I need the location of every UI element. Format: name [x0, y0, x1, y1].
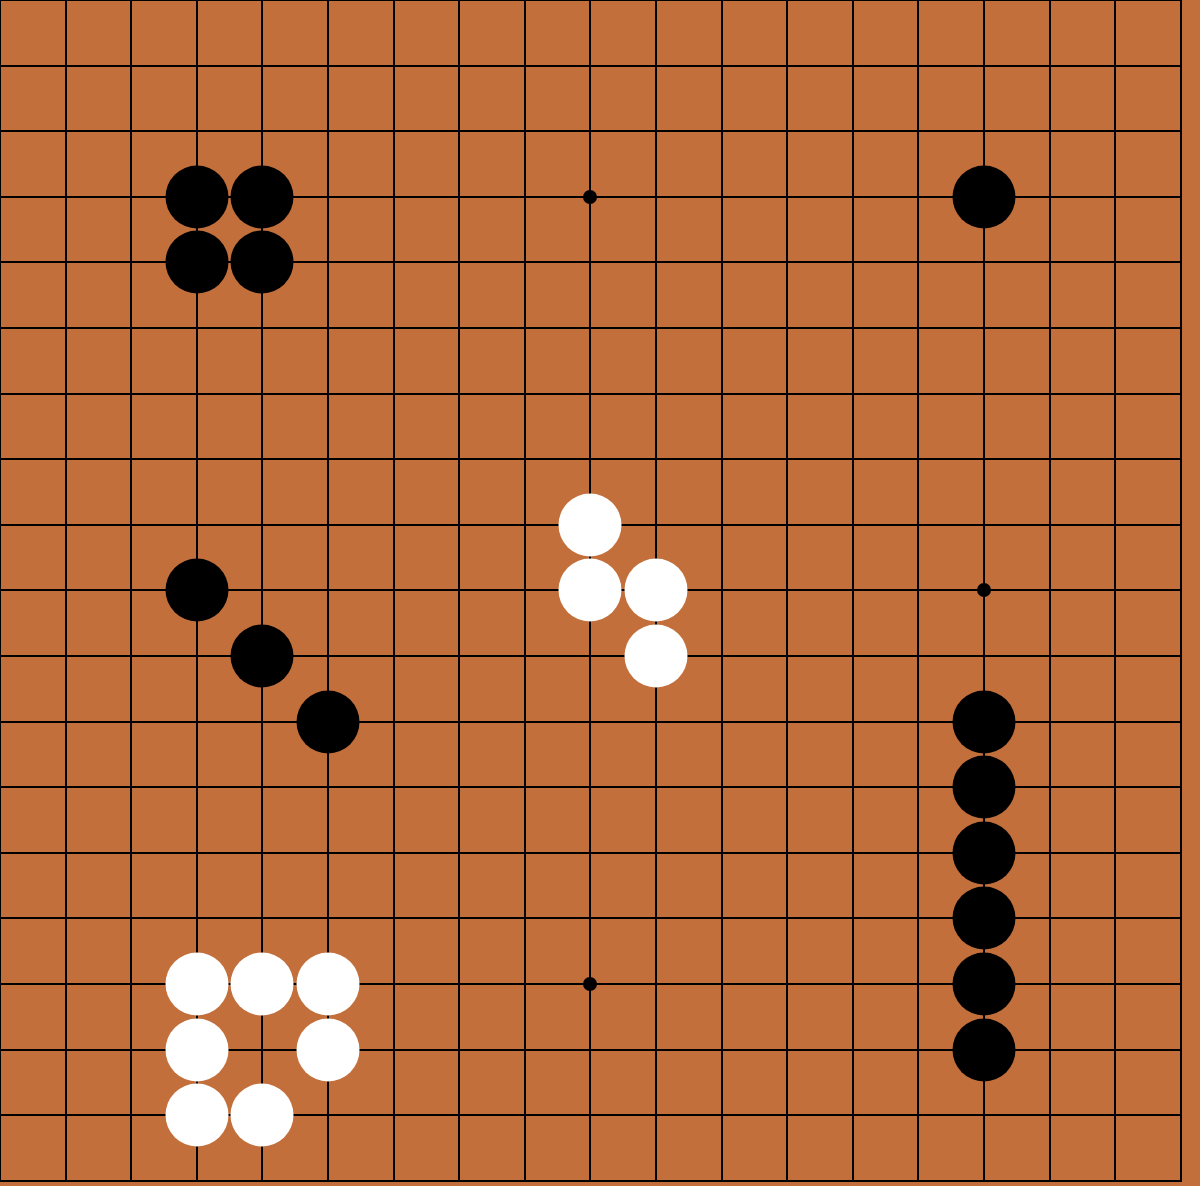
intersection-J3[interactable] [492, 1017, 558, 1083]
intersection-N6[interactable] [754, 820, 820, 886]
intersection-N16[interactable] [754, 164, 820, 230]
intersection-B12[interactable] [33, 426, 99, 492]
intersection-E18[interactable] [230, 33, 296, 99]
intersection-S7[interactable] [1082, 754, 1148, 820]
intersection-O16[interactable] [820, 164, 886, 230]
intersection-C5[interactable] [98, 886, 164, 952]
intersection-S1[interactable] [1082, 1148, 1148, 1186]
intersection-E7[interactable] [230, 754, 296, 820]
intersection-S15[interactable] [1082, 230, 1148, 296]
intersection-M8[interactable] [689, 689, 755, 755]
intersection-R17[interactable] [1017, 98, 1083, 164]
intersection-J2[interactable] [492, 1082, 558, 1148]
intersection-N15[interactable] [754, 230, 820, 296]
intersection-Q12[interactable] [951, 426, 1017, 492]
intersection-B1[interactable] [33, 1148, 99, 1186]
intersection-T13[interactable] [1148, 361, 1200, 427]
intersection-P13[interactable] [886, 361, 952, 427]
intersection-N14[interactable] [754, 295, 820, 361]
intersection-E19[interactable] [230, 0, 296, 33]
intersection-T11[interactable] [1148, 492, 1200, 558]
intersection-N8[interactable] [754, 689, 820, 755]
intersection-T3[interactable] [1148, 1017, 1200, 1083]
intersection-J7[interactable] [492, 754, 558, 820]
intersection-M11[interactable] [689, 492, 755, 558]
intersection-L17[interactable] [623, 98, 689, 164]
intersection-B9[interactable] [33, 623, 99, 689]
intersection-B4[interactable] [33, 951, 99, 1017]
intersection-N10[interactable] [754, 558, 820, 624]
intersection-D14[interactable] [164, 295, 230, 361]
intersection-O18[interactable] [820, 33, 886, 99]
intersection-G6[interactable] [361, 820, 427, 886]
intersection-O4[interactable] [820, 951, 886, 1017]
intersection-C19[interactable] [98, 0, 164, 33]
intersection-Q15[interactable] [951, 230, 1017, 296]
intersection-H8[interactable] [426, 689, 492, 755]
intersection-G5[interactable] [361, 886, 427, 952]
intersection-M19[interactable] [689, 0, 755, 33]
intersection-H12[interactable] [426, 426, 492, 492]
intersection-L15[interactable] [623, 230, 689, 296]
intersection-G13[interactable] [361, 361, 427, 427]
intersection-P16[interactable] [886, 164, 952, 230]
intersection-A17[interactable] [0, 98, 33, 164]
intersection-J18[interactable] [492, 33, 558, 99]
intersection-P10[interactable] [886, 558, 952, 624]
intersection-L8[interactable] [623, 689, 689, 755]
intersection-S6[interactable] [1082, 820, 1148, 886]
intersection-L3[interactable] [623, 1017, 689, 1083]
intersection-Q3[interactable] [951, 1017, 1017, 1083]
intersection-Q4[interactable] [951, 951, 1017, 1017]
intersection-R8[interactable] [1017, 689, 1083, 755]
intersection-P18[interactable] [886, 33, 952, 99]
intersection-K16[interactable] [558, 164, 624, 230]
intersection-A6[interactable] [0, 820, 33, 886]
intersection-D4[interactable] [164, 951, 230, 1017]
intersection-K13[interactable] [558, 361, 624, 427]
intersection-L13[interactable] [623, 361, 689, 427]
intersection-J8[interactable] [492, 689, 558, 755]
intersection-P2[interactable] [886, 1082, 952, 1148]
intersection-G18[interactable] [361, 33, 427, 99]
intersection-M4[interactable] [689, 951, 755, 1017]
intersection-B3[interactable] [33, 1017, 99, 1083]
intersection-C17[interactable] [98, 98, 164, 164]
intersection-B2[interactable] [33, 1082, 99, 1148]
intersection-P19[interactable] [886, 0, 952, 33]
intersection-L11[interactable] [623, 492, 689, 558]
intersection-A11[interactable] [0, 492, 33, 558]
intersection-N9[interactable] [754, 623, 820, 689]
intersection-M13[interactable] [689, 361, 755, 427]
intersection-R6[interactable] [1017, 820, 1083, 886]
intersection-P11[interactable] [886, 492, 952, 558]
intersection-G15[interactable] [361, 230, 427, 296]
intersection-B8[interactable] [33, 689, 99, 755]
intersection-P6[interactable] [886, 820, 952, 886]
intersection-O12[interactable] [820, 426, 886, 492]
intersection-T9[interactable] [1148, 623, 1200, 689]
intersection-B19[interactable] [33, 0, 99, 33]
intersection-P9[interactable] [886, 623, 952, 689]
intersection-K19[interactable] [558, 0, 624, 33]
intersection-D7[interactable] [164, 754, 230, 820]
intersection-G10[interactable] [361, 558, 427, 624]
intersection-E15[interactable] [230, 230, 296, 296]
intersection-K7[interactable] [558, 754, 624, 820]
intersection-D15[interactable] [164, 230, 230, 296]
intersection-H16[interactable] [426, 164, 492, 230]
intersection-O10[interactable] [820, 558, 886, 624]
intersection-C9[interactable] [98, 623, 164, 689]
intersection-Q16[interactable] [951, 164, 1017, 230]
intersection-O7[interactable] [820, 754, 886, 820]
intersection-E17[interactable] [230, 98, 296, 164]
intersection-P7[interactable] [886, 754, 952, 820]
intersection-B7[interactable] [33, 754, 99, 820]
intersection-N18[interactable] [754, 33, 820, 99]
intersection-H17[interactable] [426, 98, 492, 164]
intersection-K12[interactable] [558, 426, 624, 492]
intersection-H18[interactable] [426, 33, 492, 99]
intersection-A5[interactable] [0, 886, 33, 952]
intersection-R15[interactable] [1017, 230, 1083, 296]
intersection-S8[interactable] [1082, 689, 1148, 755]
intersection-L18[interactable] [623, 33, 689, 99]
intersection-E4[interactable] [230, 951, 296, 1017]
intersection-T16[interactable] [1148, 164, 1200, 230]
intersection-F9[interactable] [295, 623, 361, 689]
intersection-C14[interactable] [98, 295, 164, 361]
intersection-F2[interactable] [295, 1082, 361, 1148]
intersection-T10[interactable] [1148, 558, 1200, 624]
intersection-P14[interactable] [886, 295, 952, 361]
intersection-H6[interactable] [426, 820, 492, 886]
intersection-L16[interactable] [623, 164, 689, 230]
intersection-A2[interactable] [0, 1082, 33, 1148]
intersection-M3[interactable] [689, 1017, 755, 1083]
intersection-F18[interactable] [295, 33, 361, 99]
intersection-R11[interactable] [1017, 492, 1083, 558]
intersection-K17[interactable] [558, 98, 624, 164]
intersection-E10[interactable] [230, 558, 296, 624]
intersection-J14[interactable] [492, 295, 558, 361]
intersection-P3[interactable] [886, 1017, 952, 1083]
intersection-J15[interactable] [492, 230, 558, 296]
intersection-O1[interactable] [820, 1148, 886, 1186]
intersection-B13[interactable] [33, 361, 99, 427]
intersection-A13[interactable] [0, 361, 33, 427]
intersection-C2[interactable] [98, 1082, 164, 1148]
intersection-F16[interactable] [295, 164, 361, 230]
intersection-A4[interactable] [0, 951, 33, 1017]
intersection-M9[interactable] [689, 623, 755, 689]
intersection-H1[interactable] [426, 1148, 492, 1186]
intersection-A9[interactable] [0, 623, 33, 689]
intersection-F10[interactable] [295, 558, 361, 624]
intersection-N2[interactable] [754, 1082, 820, 1148]
intersection-G4[interactable] [361, 951, 427, 1017]
intersection-R1[interactable] [1017, 1148, 1083, 1186]
intersection-C6[interactable] [98, 820, 164, 886]
intersection-K4[interactable] [558, 951, 624, 1017]
intersection-Q11[interactable] [951, 492, 1017, 558]
intersection-S3[interactable] [1082, 1017, 1148, 1083]
intersection-R12[interactable] [1017, 426, 1083, 492]
intersection-O6[interactable] [820, 820, 886, 886]
intersection-A14[interactable] [0, 295, 33, 361]
intersection-K9[interactable] [558, 623, 624, 689]
intersection-J12[interactable] [492, 426, 558, 492]
intersection-C15[interactable] [98, 230, 164, 296]
intersection-G19[interactable] [361, 0, 427, 33]
intersection-C7[interactable] [98, 754, 164, 820]
intersection-S16[interactable] [1082, 164, 1148, 230]
intersection-R3[interactable] [1017, 1017, 1083, 1083]
intersection-H2[interactable] [426, 1082, 492, 1148]
intersection-J13[interactable] [492, 361, 558, 427]
intersection-Q13[interactable] [951, 361, 1017, 427]
intersection-L1[interactable] [623, 1148, 689, 1186]
intersection-H19[interactable] [426, 0, 492, 33]
intersection-T18[interactable] [1148, 33, 1200, 99]
intersection-B18[interactable] [33, 33, 99, 99]
intersection-N7[interactable] [754, 754, 820, 820]
intersection-G8[interactable] [361, 689, 427, 755]
intersection-J16[interactable] [492, 164, 558, 230]
intersection-F5[interactable] [295, 886, 361, 952]
intersection-B10[interactable] [33, 558, 99, 624]
intersection-N3[interactable] [754, 1017, 820, 1083]
intersection-D8[interactable] [164, 689, 230, 755]
intersection-G9[interactable] [361, 623, 427, 689]
intersection-A16[interactable] [0, 164, 33, 230]
intersection-F4[interactable] [295, 951, 361, 1017]
intersection-C10[interactable] [98, 558, 164, 624]
intersection-H11[interactable] [426, 492, 492, 558]
intersection-F1[interactable] [295, 1148, 361, 1186]
intersection-M6[interactable] [689, 820, 755, 886]
intersection-Q18[interactable] [951, 33, 1017, 99]
intersection-D5[interactable] [164, 886, 230, 952]
intersection-K10[interactable] [558, 558, 624, 624]
intersection-F14[interactable] [295, 295, 361, 361]
intersection-J10[interactable] [492, 558, 558, 624]
intersection-H14[interactable] [426, 295, 492, 361]
intersection-B17[interactable] [33, 98, 99, 164]
intersection-S12[interactable] [1082, 426, 1148, 492]
intersection-L10[interactable] [623, 558, 689, 624]
intersection-M16[interactable] [689, 164, 755, 230]
intersection-K8[interactable] [558, 689, 624, 755]
intersection-F13[interactable] [295, 361, 361, 427]
intersection-K2[interactable] [558, 1082, 624, 1148]
intersection-P8[interactable] [886, 689, 952, 755]
intersection-L5[interactable] [623, 886, 689, 952]
intersection-R18[interactable] [1017, 33, 1083, 99]
intersection-R13[interactable] [1017, 361, 1083, 427]
intersection-B15[interactable] [33, 230, 99, 296]
intersection-M12[interactable] [689, 426, 755, 492]
intersection-C4[interactable] [98, 951, 164, 1017]
intersection-T12[interactable] [1148, 426, 1200, 492]
intersection-S4[interactable] [1082, 951, 1148, 1017]
intersection-B14[interactable] [33, 295, 99, 361]
intersection-H4[interactable] [426, 951, 492, 1017]
intersection-S19[interactable] [1082, 0, 1148, 33]
intersection-Q2[interactable] [951, 1082, 1017, 1148]
intersection-S17[interactable] [1082, 98, 1148, 164]
intersection-S18[interactable] [1082, 33, 1148, 99]
intersection-D6[interactable] [164, 820, 230, 886]
intersection-A10[interactable] [0, 558, 33, 624]
intersection-C16[interactable] [98, 164, 164, 230]
intersection-F6[interactable] [295, 820, 361, 886]
intersection-C3[interactable] [98, 1017, 164, 1083]
intersection-N19[interactable] [754, 0, 820, 33]
intersection-N5[interactable] [754, 886, 820, 952]
intersection-S9[interactable] [1082, 623, 1148, 689]
intersection-G11[interactable] [361, 492, 427, 558]
intersection-C13[interactable] [98, 361, 164, 427]
intersection-J9[interactable] [492, 623, 558, 689]
intersection-O15[interactable] [820, 230, 886, 296]
intersection-B6[interactable] [33, 820, 99, 886]
intersection-E9[interactable] [230, 623, 296, 689]
intersection-H7[interactable] [426, 754, 492, 820]
intersection-E5[interactable] [230, 886, 296, 952]
intersection-O13[interactable] [820, 361, 886, 427]
intersection-J11[interactable] [492, 492, 558, 558]
intersection-K3[interactable] [558, 1017, 624, 1083]
intersection-T5[interactable] [1148, 886, 1200, 952]
intersection-H5[interactable] [426, 886, 492, 952]
intersection-D13[interactable] [164, 361, 230, 427]
intersection-D3[interactable] [164, 1017, 230, 1083]
intersection-D19[interactable] [164, 0, 230, 33]
intersection-D2[interactable] [164, 1082, 230, 1148]
intersection-E6[interactable] [230, 820, 296, 886]
intersection-H13[interactable] [426, 361, 492, 427]
intersection-P15[interactable] [886, 230, 952, 296]
intersection-F12[interactable] [295, 426, 361, 492]
intersection-O3[interactable] [820, 1017, 886, 1083]
intersection-L19[interactable] [623, 0, 689, 33]
intersection-R16[interactable] [1017, 164, 1083, 230]
intersection-T4[interactable] [1148, 951, 1200, 1017]
intersection-M17[interactable] [689, 98, 755, 164]
intersection-T1[interactable] [1148, 1148, 1200, 1186]
intersection-D10[interactable] [164, 558, 230, 624]
intersection-P4[interactable] [886, 951, 952, 1017]
intersection-H9[interactable] [426, 623, 492, 689]
intersection-B16[interactable] [33, 164, 99, 230]
intersection-R10[interactable] [1017, 558, 1083, 624]
intersection-O14[interactable] [820, 295, 886, 361]
intersection-G7[interactable] [361, 754, 427, 820]
intersection-E2[interactable] [230, 1082, 296, 1148]
intersection-L7[interactable] [623, 754, 689, 820]
intersection-D11[interactable] [164, 492, 230, 558]
intersection-A19[interactable] [0, 0, 33, 33]
intersection-Q5[interactable] [951, 886, 1017, 952]
intersection-J17[interactable] [492, 98, 558, 164]
intersection-S13[interactable] [1082, 361, 1148, 427]
intersection-J6[interactable] [492, 820, 558, 886]
intersection-J4[interactable] [492, 951, 558, 1017]
intersection-D9[interactable] [164, 623, 230, 689]
intersection-S11[interactable] [1082, 492, 1148, 558]
intersection-K11[interactable] [558, 492, 624, 558]
intersection-N4[interactable] [754, 951, 820, 1017]
intersection-G12[interactable] [361, 426, 427, 492]
intersection-Q6[interactable] [951, 820, 1017, 886]
intersection-O9[interactable] [820, 623, 886, 689]
intersection-O11[interactable] [820, 492, 886, 558]
intersection-R9[interactable] [1017, 623, 1083, 689]
intersection-C1[interactable] [98, 1148, 164, 1186]
intersection-O5[interactable] [820, 886, 886, 952]
intersection-N1[interactable] [754, 1148, 820, 1186]
intersection-Q1[interactable] [951, 1148, 1017, 1186]
intersection-G14[interactable] [361, 295, 427, 361]
intersection-T17[interactable] [1148, 98, 1200, 164]
intersection-G1[interactable] [361, 1148, 427, 1186]
intersection-P1[interactable] [886, 1148, 952, 1186]
intersection-K14[interactable] [558, 295, 624, 361]
intersection-L14[interactable] [623, 295, 689, 361]
intersection-K15[interactable] [558, 230, 624, 296]
intersection-C11[interactable] [98, 492, 164, 558]
intersection-E12[interactable] [230, 426, 296, 492]
intersection-S10[interactable] [1082, 558, 1148, 624]
intersection-P5[interactable] [886, 886, 952, 952]
intersection-Q19[interactable] [951, 0, 1017, 33]
intersection-K1[interactable] [558, 1148, 624, 1186]
intersection-A18[interactable] [0, 33, 33, 99]
intersection-K6[interactable] [558, 820, 624, 886]
intersection-T8[interactable] [1148, 689, 1200, 755]
intersection-T19[interactable] [1148, 0, 1200, 33]
intersection-T2[interactable] [1148, 1082, 1200, 1148]
intersection-C18[interactable] [98, 33, 164, 99]
intersection-H3[interactable] [426, 1017, 492, 1083]
intersection-T6[interactable] [1148, 820, 1200, 886]
intersection-R7[interactable] [1017, 754, 1083, 820]
intersection-F8[interactable] [295, 689, 361, 755]
intersection-L2[interactable] [623, 1082, 689, 1148]
intersection-F19[interactable] [295, 0, 361, 33]
intersection-F3[interactable] [295, 1017, 361, 1083]
intersection-R2[interactable] [1017, 1082, 1083, 1148]
intersection-C12[interactable] [98, 426, 164, 492]
intersection-H15[interactable] [426, 230, 492, 296]
intersection-P17[interactable] [886, 98, 952, 164]
intersection-A8[interactable] [0, 689, 33, 755]
intersection-E13[interactable] [230, 361, 296, 427]
intersection-D17[interactable] [164, 98, 230, 164]
intersection-M14[interactable] [689, 295, 755, 361]
intersection-K18[interactable] [558, 33, 624, 99]
intersection-Q8[interactable] [951, 689, 1017, 755]
intersection-D12[interactable] [164, 426, 230, 492]
intersection-R14[interactable] [1017, 295, 1083, 361]
intersection-E16[interactable] [230, 164, 296, 230]
intersection-Q17[interactable] [951, 98, 1017, 164]
intersection-R4[interactable] [1017, 951, 1083, 1017]
